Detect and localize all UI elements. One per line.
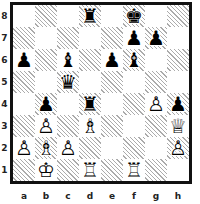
white-queen-h3: ♕ [167,115,189,137]
square-g1[interactable] [145,159,167,181]
black-pawn-b4: ♟ [35,93,57,115]
square-b3[interactable]: ♙ [35,115,57,137]
square-g4[interactable]: ♙ [145,93,167,115]
white-bishop-b2: ♗ [35,137,57,159]
file-label-a: a [13,190,35,203]
black-pawn-g7: ♟ [145,27,167,49]
white-pawn-a2: ♙ [13,137,35,159]
file-label-h: h [167,190,189,203]
square-d3[interactable]: ♗ [79,115,101,137]
rank-label-6: 6 [0,49,9,71]
rank-label-8: 8 [0,5,9,27]
square-a4[interactable] [13,93,35,115]
file-label-c: c [57,190,79,203]
square-c2[interactable]: ♙ [57,137,79,159]
square-d2[interactable] [79,137,101,159]
square-a7[interactable] [13,27,35,49]
square-b1[interactable]: ♔ [35,159,57,181]
file-label-e: e [101,190,123,203]
black-rook-d4: ♜ [79,93,101,115]
square-e1[interactable] [101,159,123,181]
square-f3[interactable] [123,115,145,137]
square-c8[interactable] [57,5,79,27]
white-pawn-b3: ♙ [35,115,57,137]
black-rook-d8: ♜ [79,5,101,27]
square-d7[interactable] [79,27,101,49]
square-f5[interactable] [123,71,145,93]
square-a1[interactable] [13,159,35,181]
square-h8[interactable] [167,5,189,27]
square-g7[interactable]: ♟ [145,27,167,49]
black-queen-c5: ♛ [57,71,79,93]
black-pawn-e6: ♟ [101,49,123,71]
square-a2[interactable]: ♙ [13,137,35,159]
white-rook-f1: ♖ [123,159,145,181]
square-h2[interactable]: ♙ [167,137,189,159]
white-pawn-g4: ♙ [145,93,167,115]
file-label-f: f [123,190,145,203]
square-c4[interactable] [57,93,79,115]
black-king-f8: ♚ [123,5,145,27]
file-label-d: d [79,190,101,203]
square-b2[interactable]: ♗ [35,137,57,159]
square-c1[interactable] [57,159,79,181]
rank-label-4: 4 [0,93,9,115]
square-a5[interactable] [13,71,35,93]
black-pawn-h4: ♟ [167,93,189,115]
square-d5[interactable] [79,71,101,93]
white-king-b1: ♔ [35,159,57,181]
square-e7[interactable] [101,27,123,49]
square-g3[interactable] [145,115,167,137]
square-e6[interactable]: ♟ [101,49,123,71]
square-b8[interactable] [35,5,57,27]
square-a3[interactable] [13,115,35,137]
square-a8[interactable] [13,5,35,27]
square-f2[interactable] [123,137,145,159]
file-label-b: b [35,190,57,203]
white-bishop-d3: ♗ [79,115,101,137]
square-g6[interactable] [145,49,167,71]
square-b7[interactable] [35,27,57,49]
black-bishop-c6: ♝ [57,49,79,71]
chess-diagram: ♜♚♟♟♟♝♟♝♛♟♜♙♟♙♗♕♙♗♙♙♔♖♖ 87654321 abcdefg… [0,0,200,204]
square-c3[interactable] [57,115,79,137]
square-e5[interactable] [101,71,123,93]
square-h6[interactable] [167,49,189,71]
square-d6[interactable] [79,49,101,71]
square-a6[interactable]: ♟ [13,49,35,71]
square-g5[interactable] [145,71,167,93]
rank-label-5: 5 [0,71,9,93]
chess-board: ♜♚♟♟♟♝♟♝♛♟♜♙♟♙♗♕♙♗♙♙♔♖♖ [10,2,192,184]
square-h3[interactable]: ♕ [167,115,189,137]
rank-label-2: 2 [0,137,9,159]
square-g8[interactable] [145,5,167,27]
square-d8[interactable]: ♜ [79,5,101,27]
white-pawn-c2: ♙ [57,137,79,159]
black-pawn-f7: ♟ [123,27,145,49]
white-rook-d1: ♖ [79,159,101,181]
square-e4[interactable] [101,93,123,115]
square-d4[interactable]: ♜ [79,93,101,115]
square-e2[interactable] [101,137,123,159]
square-f4[interactable] [123,93,145,115]
square-h4[interactable]: ♟ [167,93,189,115]
square-f6[interactable]: ♝ [123,49,145,71]
square-b5[interactable] [35,71,57,93]
square-c6[interactable]: ♝ [57,49,79,71]
square-b6[interactable] [35,49,57,71]
square-f1[interactable]: ♖ [123,159,145,181]
square-c7[interactable] [57,27,79,49]
square-h7[interactable] [167,27,189,49]
white-pawn-h2: ♙ [167,137,189,159]
square-c5[interactable]: ♛ [57,71,79,93]
black-pawn-a6: ♟ [13,49,35,71]
square-f8[interactable]: ♚ [123,5,145,27]
black-bishop-f6: ♝ [123,49,145,71]
square-e3[interactable] [101,115,123,137]
rank-label-1: 1 [0,159,9,181]
square-b4[interactable]: ♟ [35,93,57,115]
file-label-g: g [145,190,167,203]
square-e8[interactable] [101,5,123,27]
square-g2[interactable] [145,137,167,159]
square-h1[interactable] [167,159,189,181]
rank-label-7: 7 [0,27,9,49]
square-d1[interactable]: ♖ [79,159,101,181]
square-f7[interactable]: ♟ [123,27,145,49]
square-h5[interactable] [167,71,189,93]
rank-label-3: 3 [0,115,9,137]
